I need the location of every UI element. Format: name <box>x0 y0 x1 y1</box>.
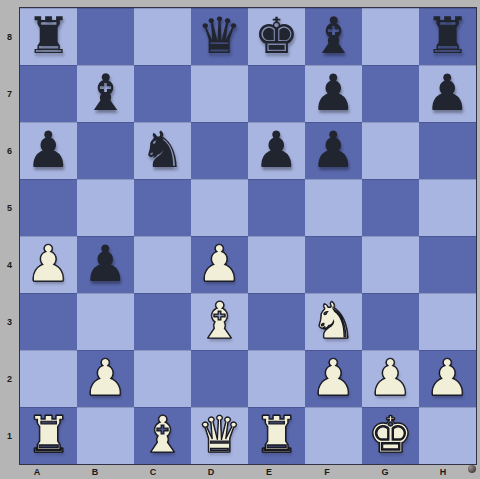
square-a7[interactable] <box>20 65 77 122</box>
piece-white-pawn[interactable]: ♟ <box>425 350 470 407</box>
square-b8[interactable] <box>77 8 134 65</box>
piece-white-pawn[interactable]: ♟ <box>311 350 356 407</box>
square-e2[interactable] <box>248 350 305 407</box>
rank-label-7: 7 <box>0 65 15 122</box>
square-b1[interactable] <box>77 407 134 464</box>
square-d1[interactable]: ♛ <box>191 407 248 464</box>
piece-white-queen[interactable]: ♛ <box>197 407 242 464</box>
square-h5[interactable] <box>419 179 476 236</box>
file-label-b: B <box>66 466 124 478</box>
square-h2[interactable]: ♟ <box>419 350 476 407</box>
square-h4[interactable] <box>419 236 476 293</box>
square-c6[interactable]: ♞ <box>134 122 191 179</box>
square-g7[interactable] <box>362 65 419 122</box>
square-d3[interactable]: ♝ <box>191 293 248 350</box>
square-f7[interactable]: ♟ <box>305 65 362 122</box>
rank-label-1: 1 <box>0 407 15 464</box>
piece-black-knight[interactable]: ♞ <box>140 122 185 179</box>
square-f2[interactable]: ♟ <box>305 350 362 407</box>
square-d8[interactable]: ♛ <box>191 8 248 65</box>
square-b7[interactable]: ♝ <box>77 65 134 122</box>
piece-white-king[interactable]: ♚ <box>368 407 413 464</box>
piece-white-pawn[interactable]: ♟ <box>197 236 242 293</box>
square-h8[interactable]: ♜ <box>419 8 476 65</box>
square-c5[interactable] <box>134 179 191 236</box>
rank-label-2: 2 <box>0 350 15 407</box>
square-c7[interactable] <box>134 65 191 122</box>
piece-black-rook[interactable]: ♜ <box>425 8 470 65</box>
piece-black-pawn[interactable]: ♟ <box>311 122 356 179</box>
piece-black-pawn[interactable]: ♟ <box>26 122 71 179</box>
file-label-e: E <box>240 466 298 478</box>
square-d6[interactable] <box>191 122 248 179</box>
square-e8[interactable]: ♚ <box>248 8 305 65</box>
square-a1[interactable]: ♜ <box>20 407 77 464</box>
piece-black-bishop[interactable]: ♝ <box>311 8 356 65</box>
square-e5[interactable] <box>248 179 305 236</box>
square-a2[interactable] <box>20 350 77 407</box>
piece-black-pawn[interactable]: ♟ <box>83 236 128 293</box>
square-a8[interactable]: ♜ <box>20 8 77 65</box>
square-c2[interactable] <box>134 350 191 407</box>
square-g8[interactable] <box>362 8 419 65</box>
piece-black-pawn[interactable]: ♟ <box>254 122 299 179</box>
square-d5[interactable] <box>191 179 248 236</box>
square-e1[interactable]: ♜ <box>248 407 305 464</box>
rank-labels: 8 7 6 5 4 3 2 1 <box>0 8 15 464</box>
file-label-c: C <box>124 466 182 478</box>
square-a5[interactable] <box>20 179 77 236</box>
square-c1[interactable]: ♝ <box>134 407 191 464</box>
file-label-g: G <box>356 466 414 478</box>
piece-black-king[interactable]: ♚ <box>254 8 299 65</box>
piece-white-knight[interactable]: ♞ <box>311 293 356 350</box>
square-b4[interactable]: ♟ <box>77 236 134 293</box>
square-d4[interactable]: ♟ <box>191 236 248 293</box>
piece-black-queen[interactable]: ♛ <box>197 8 242 65</box>
square-g2[interactable]: ♟ <box>362 350 419 407</box>
square-d2[interactable] <box>191 350 248 407</box>
square-f8[interactable]: ♝ <box>305 8 362 65</box>
square-e7[interactable] <box>248 65 305 122</box>
piece-white-rook[interactable]: ♜ <box>26 407 71 464</box>
square-f5[interactable] <box>305 179 362 236</box>
rank-label-8: 8 <box>0 8 15 65</box>
file-label-h: H <box>414 466 472 478</box>
piece-white-pawn[interactable]: ♟ <box>26 236 71 293</box>
file-label-d: D <box>182 466 240 478</box>
square-g3[interactable] <box>362 293 419 350</box>
square-c8[interactable] <box>134 8 191 65</box>
square-b3[interactable] <box>77 293 134 350</box>
piece-white-bishop[interactable]: ♝ <box>140 407 185 464</box>
chess-board-window: 8 7 6 5 4 3 2 1 ♜♛♚♝♜♝♟♟♟♞♟♟♟♟♟♝♞♟♟♟♟♜♝♛… <box>0 0 480 479</box>
square-h3[interactable] <box>419 293 476 350</box>
square-e3[interactable] <box>248 293 305 350</box>
file-label-f: F <box>298 466 356 478</box>
rank-label-3: 3 <box>0 293 15 350</box>
square-e6[interactable]: ♟ <box>248 122 305 179</box>
piece-white-pawn[interactable]: ♟ <box>368 350 413 407</box>
square-g5[interactable] <box>362 179 419 236</box>
square-f1[interactable] <box>305 407 362 464</box>
square-c4[interactable] <box>134 236 191 293</box>
square-g6[interactable] <box>362 122 419 179</box>
square-a6[interactable]: ♟ <box>20 122 77 179</box>
file-labels: A B C D E F G H <box>8 466 472 478</box>
board: ♜♛♚♝♜♝♟♟♟♞♟♟♟♟♟♝♞♟♟♟♟♜♝♛♜♚ <box>19 7 477 465</box>
square-b5[interactable] <box>77 179 134 236</box>
square-a4[interactable]: ♟ <box>20 236 77 293</box>
square-f4[interactable] <box>305 236 362 293</box>
square-g1[interactable]: ♚ <box>362 407 419 464</box>
square-b6[interactable] <box>77 122 134 179</box>
square-d7[interactable] <box>191 65 248 122</box>
square-b2[interactable]: ♟ <box>77 350 134 407</box>
piece-black-rook[interactable]: ♜ <box>26 8 71 65</box>
square-g4[interactable] <box>362 236 419 293</box>
piece-white-rook[interactable]: ♜ <box>254 407 299 464</box>
square-f3[interactable]: ♞ <box>305 293 362 350</box>
rank-label-5: 5 <box>0 179 15 236</box>
square-a3[interactable] <box>20 293 77 350</box>
square-h6[interactable] <box>419 122 476 179</box>
square-f6[interactable]: ♟ <box>305 122 362 179</box>
piece-black-pawn[interactable]: ♟ <box>425 65 470 122</box>
rank-label-4: 4 <box>0 236 15 293</box>
rank-label-6: 6 <box>0 122 15 179</box>
piece-black-pawn[interactable]: ♟ <box>311 65 356 122</box>
square-h1[interactable] <box>419 407 476 464</box>
square-e4[interactable] <box>248 236 305 293</box>
file-label-a: A <box>8 466 66 478</box>
piece-white-pawn[interactable]: ♟ <box>83 350 128 407</box>
square-h7[interactable]: ♟ <box>419 65 476 122</box>
piece-white-bishop[interactable]: ♝ <box>197 293 242 350</box>
square-c3[interactable] <box>134 293 191 350</box>
piece-black-bishop[interactable]: ♝ <box>83 65 128 122</box>
corner-dot <box>468 465 476 473</box>
